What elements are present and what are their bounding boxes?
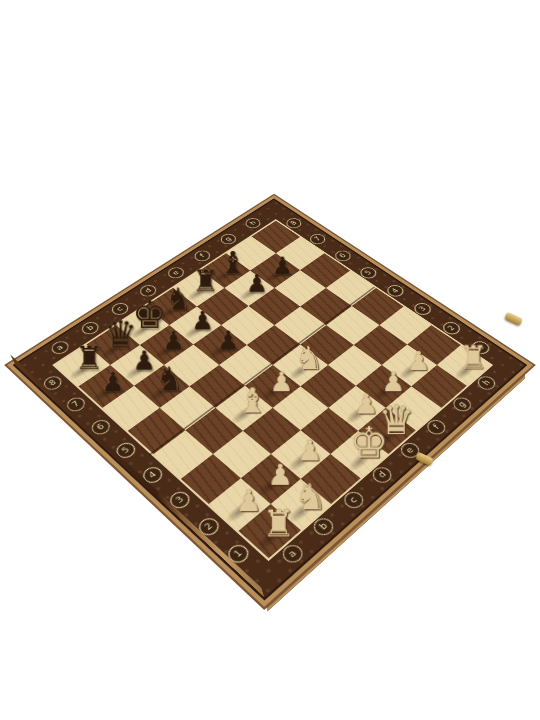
chess-board: 88aa77bb66cc55dd44ee33ff22gg11hh ♜♛♚♞♜♝♟… (15, 200, 524, 598)
product-photo: 88aa77bb66cc55dd44ee33ff22gg11hh ♜♛♚♞♜♝♟… (0, 0, 540, 720)
pieces-layer: ♜♛♚♞♜♝♟♟♟♟♟♟♞♟♝♟♞♟♟♟♟♟♟♜♞♚♛♜ (52, 221, 488, 558)
piece-white-bishop-c4: ♝ (212, 386, 268, 430)
board-border-frame: 88aa77bb66cc55dd44ee33ff22gg11hh ♜♛♚♞♜♝♟… (15, 200, 524, 598)
black-pawn-glyph: ♟ (234, 271, 279, 295)
black-knight-glyph: ♞ (145, 362, 194, 395)
black-pawn-glyph: ♟ (89, 368, 138, 395)
white-king-glyph: ♚ (343, 421, 395, 464)
white-rook-glyph: ♜ (449, 342, 497, 374)
photo-scene: 88aa77bb66cc55dd44ee33ff22gg11hh ♜♛♚♞♜♝♟… (0, 0, 540, 720)
border-label-file-h: h (243, 216, 264, 230)
white-rook-glyph: ♜ (251, 505, 306, 542)
black-pawn-glyph: ♟ (204, 327, 252, 353)
white-bishop-glyph: ♝ (227, 383, 277, 418)
